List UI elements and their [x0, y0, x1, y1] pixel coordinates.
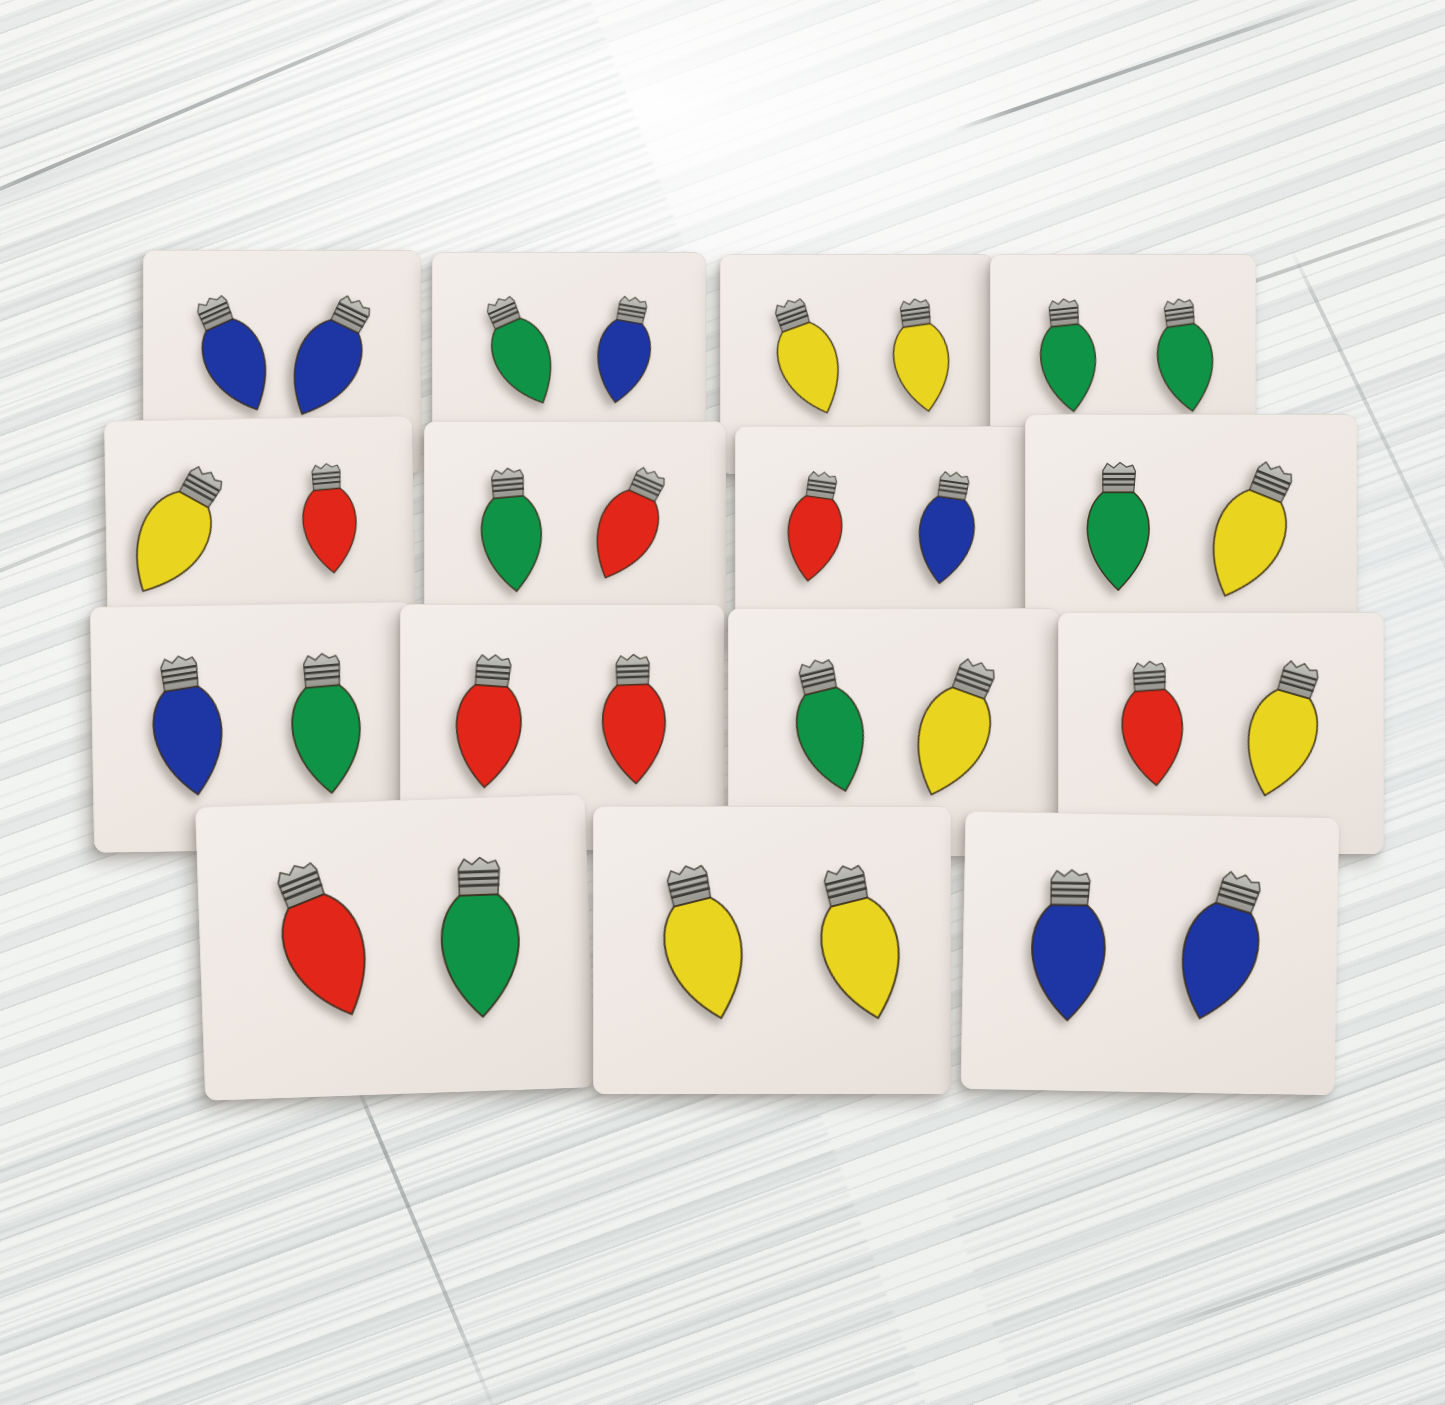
- stud-earring-bulb-yellow: [785, 848, 932, 1036]
- christmas-bulb-icon: [745, 283, 867, 431]
- stud-earring-bulb-green: [270, 645, 382, 802]
- christmas-bulb-icon: [1177, 443, 1325, 619]
- earring-card-r4c1-red-green: [195, 793, 595, 1100]
- christmas-bulb-icon: [459, 280, 581, 422]
- christmas-bulb-icon: [1216, 646, 1350, 813]
- stud-earring-bulb-red: [1103, 654, 1200, 792]
- christmas-bulb-icon: [766, 644, 893, 805]
- christmas-bulb-icon: [285, 457, 372, 580]
- bulb-body: [440, 894, 521, 1019]
- earring-card-r4c2-yellow-yellow: [593, 806, 951, 1094]
- stud-earring-bulb-green: [462, 460, 560, 598]
- christmas-bulb-icon: [1073, 458, 1163, 594]
- bulb-body: [289, 684, 366, 796]
- cards-layer: [0, 0, 1445, 1405]
- bulb-cap: [616, 654, 650, 685]
- stud-earring-bulb-blue: [167, 278, 298, 431]
- stud-earring-bulb-blue: [127, 644, 248, 806]
- stud-earring-bulb-yellow: [629, 848, 776, 1036]
- christmas-bulb-icon: [238, 840, 406, 1039]
- bulb-body: [590, 318, 655, 408]
- stud-earring-bulb-green: [1022, 291, 1114, 419]
- christmas-bulb-icon: [462, 460, 560, 598]
- stud-earring-bulb-blue: [899, 463, 995, 592]
- stud-earring-bulb-blue: [577, 287, 671, 412]
- bulb-cap: [1051, 870, 1090, 906]
- christmas-bulb-icon: [769, 463, 862, 590]
- bulb-body: [1119, 689, 1186, 788]
- bulb-body: [1193, 484, 1296, 609]
- stud-earring-bulb-red: [285, 457, 372, 580]
- christmas-bulb-icon: [1014, 864, 1123, 1026]
- bulb-body: [789, 683, 877, 798]
- christmas-bulb-icon: [260, 276, 400, 437]
- stud-earring-bulb-blue: [1148, 854, 1297, 1038]
- stud-earring-bulb-blue: [1014, 864, 1123, 1026]
- bulb-cap: [1103, 463, 1136, 493]
- christmas-bulb-icon: [785, 848, 932, 1036]
- christmas-bulb-icon: [899, 463, 995, 592]
- bulb-body: [1165, 898, 1268, 1030]
- christmas-bulb-icon: [1022, 291, 1114, 419]
- bulb-body: [1037, 323, 1100, 415]
- christmas-bulb-icon: [421, 850, 540, 1023]
- stud-earring-bulb-green: [1073, 458, 1163, 594]
- christmas-bulb-icon: [1148, 854, 1297, 1038]
- christmas-bulb-icon: [629, 848, 776, 1036]
- stud-earring-bulb-green: [766, 644, 893, 805]
- christmas-bulb-icon: [167, 278, 298, 431]
- bulb-cap: [458, 857, 500, 896]
- bulb-body: [1154, 322, 1220, 415]
- christmas-bulb-icon: [437, 647, 541, 795]
- bulb-body: [1232, 685, 1325, 804]
- christmas-bulb-icon: [577, 287, 671, 412]
- stud-earring-bulb-green: [1137, 290, 1233, 420]
- earring-card-r4c3-blue-blue: [961, 811, 1340, 1095]
- bulb-body: [479, 494, 547, 593]
- stud-earring-bulb-blue: [260, 276, 400, 437]
- bulb-body: [782, 494, 846, 585]
- christmas-bulb-icon: [567, 450, 693, 598]
- bulb-body: [271, 887, 388, 1029]
- stud-earring-bulb-red: [769, 463, 862, 590]
- stud-earring-bulb-yellow: [873, 290, 969, 420]
- bulb-body: [601, 684, 667, 785]
- stud-earring-bulb-yellow: [883, 640, 1028, 815]
- bulb-body: [899, 681, 1000, 806]
- product-photo: [0, 0, 1445, 1405]
- bulb-body: [769, 318, 854, 423]
- bulb-body: [452, 684, 523, 790]
- christmas-bulb-icon: [1137, 290, 1233, 420]
- stud-earring-bulb-yellow: [1177, 443, 1325, 619]
- bulb-body: [889, 322, 955, 415]
- bulb-body: [656, 893, 758, 1027]
- bulb-body: [1088, 493, 1150, 591]
- stud-earring-bulb-red: [567, 450, 693, 598]
- stud-earring-bulb-yellow: [99, 444, 254, 618]
- christmas-bulb-icon: [586, 649, 682, 789]
- stud-earring-bulb-yellow: [1216, 646, 1350, 813]
- stud-earring-bulb-yellow: [745, 283, 867, 431]
- stud-earring-bulb-red: [586, 649, 682, 789]
- stud-earring-bulb-red: [437, 647, 541, 795]
- stud-earring-bulb-red: [238, 840, 406, 1039]
- bulb-body: [813, 893, 915, 1027]
- christmas-bulb-icon: [99, 444, 254, 618]
- stud-earring-bulb-green: [421, 850, 540, 1023]
- bulb-body: [300, 487, 360, 575]
- christmas-bulb-icon: [127, 644, 248, 806]
- christmas-bulb-icon: [873, 290, 969, 420]
- bulb-body: [148, 684, 232, 800]
- christmas-bulb-icon: [883, 640, 1028, 815]
- bulb-body: [1031, 905, 1106, 1022]
- christmas-bulb-icon: [270, 645, 382, 802]
- christmas-bulb-icon: [1103, 654, 1200, 792]
- stud-earring-bulb-green: [459, 280, 581, 422]
- bulb-body: [912, 495, 978, 588]
